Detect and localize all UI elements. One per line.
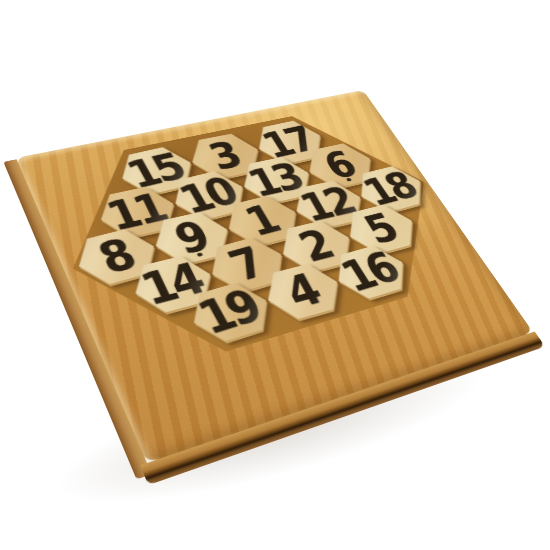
- tile-number: 4: [279, 267, 328, 315]
- product-photo-canvas: 15317111013689112181472519416: [0, 0, 550, 550]
- tile-number: 16: [334, 247, 404, 299]
